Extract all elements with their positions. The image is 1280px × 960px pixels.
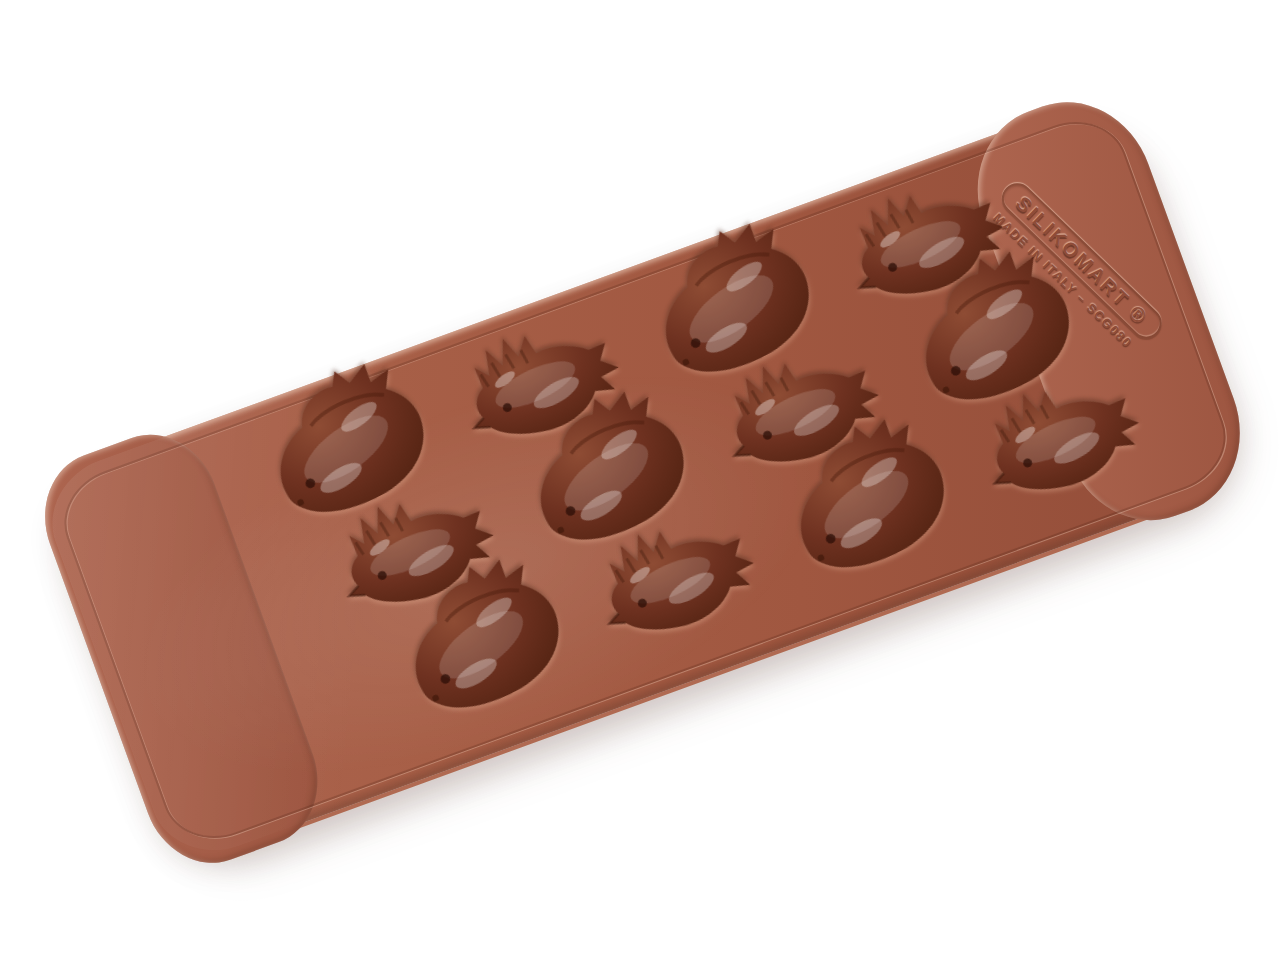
product-photo-scene: SILIKOMART ® MADE IN ITALY – SCG080 bbox=[0, 0, 1280, 960]
cavity-grid bbox=[35, 91, 1256, 870]
silicone-mould-tray: SILIKOMART ® MADE IN ITALY – SCG080 bbox=[35, 91, 1256, 870]
